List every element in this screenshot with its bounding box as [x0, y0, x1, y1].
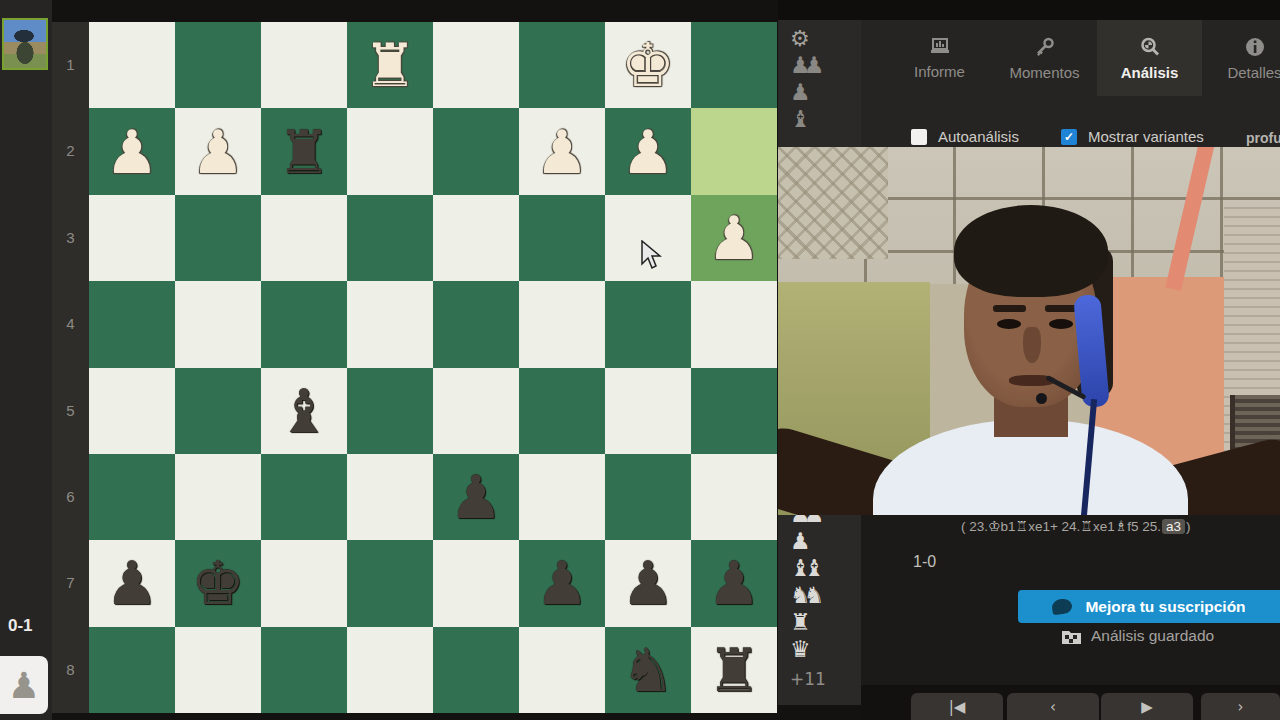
tab-label: Análisis	[1121, 64, 1179, 81]
piece-wP-a3[interactable]: ♟	[707, 208, 761, 268]
show-variants-checkbox[interactable]	[1061, 129, 1077, 145]
nav-back-button[interactable]: ‹	[1007, 693, 1099, 720]
nav-forward-button[interactable]: ›	[1201, 693, 1280, 720]
piece-bB-f5[interactable]: ♝	[277, 381, 331, 441]
chess-board[interactable]: ♜♚♟♟♜♟♟♟♝♟♟♚♟♟♟♞♜	[89, 22, 777, 713]
square-f6[interactable]	[261, 454, 347, 540]
square-h6[interactable]	[89, 454, 175, 540]
square-f2[interactable]: ♜	[261, 108, 347, 194]
saved-folder-icon	[1061, 628, 1082, 645]
piece-wR-e1[interactable]: ♜	[363, 35, 417, 95]
square-e7[interactable]	[347, 540, 433, 626]
square-a3[interactable]: ♟	[691, 195, 777, 281]
tab-row: Informe Momentos Análisis Det	[887, 20, 1280, 96]
square-b5[interactable]	[605, 368, 691, 454]
square-e5[interactable]	[347, 368, 433, 454]
headset-mic	[1036, 393, 1047, 404]
upgrade-subscription-label: Mejora tu suscripción	[1085, 598, 1245, 616]
square-a8[interactable]: ♜	[691, 627, 777, 713]
square-c8[interactable]	[519, 627, 605, 713]
material-strip-top: ⚙ ♟♟♟♝	[778, 20, 861, 147]
captured-piece-row: ♟	[790, 79, 861, 106]
rank-gutter: 12345678	[52, 22, 89, 713]
square-g1[interactable]	[175, 22, 261, 108]
figurine-icon: ♖	[1016, 518, 1029, 534]
left-sidebar: 0-1 ♟	[0, 0, 52, 720]
square-c5[interactable]	[519, 368, 605, 454]
square-e3[interactable]	[347, 195, 433, 281]
variation-move-line[interactable]: ( 23. ♔b1 ♖xe1+ 24. ♖xe1 ♗f5 25. a3)	[961, 516, 1191, 536]
captured-by-white: ♟♟♟♝	[790, 52, 861, 133]
rank-label-6: 6	[52, 488, 89, 505]
pawn-tile[interactable]: ♟	[0, 656, 48, 714]
game-result-left: 0-1	[8, 616, 33, 636]
person-eye	[1049, 319, 1073, 329]
square-f7[interactable]	[261, 540, 347, 626]
nav-first-button[interactable]: |◀	[911, 693, 1003, 720]
square-d3[interactable]	[433, 195, 519, 281]
square-g4[interactable]	[175, 281, 261, 367]
captured-piece-row: ♟♟	[790, 52, 861, 79]
square-h4[interactable]	[89, 281, 175, 367]
captured-piece-row: ♟	[790, 528, 861, 555]
move-text: ( 23.	[961, 519, 988, 534]
square-h1[interactable]	[89, 22, 175, 108]
piece-bR-f2[interactable]: ♜	[277, 122, 331, 182]
square-b4[interactable]	[605, 281, 691, 367]
captured-piece-icon: ♟	[790, 79, 811, 105]
move-text: f5 25.	[1127, 519, 1161, 534]
square-d5[interactable]	[433, 368, 519, 454]
square-f5[interactable]: ♝	[261, 368, 347, 454]
person-eyebrow	[1045, 305, 1078, 312]
material-advantage: +11	[790, 669, 861, 689]
move-text: xe1+ 24.	[1028, 519, 1080, 534]
captured-piece-row: ♝	[790, 106, 861, 133]
square-g5[interactable]	[175, 368, 261, 454]
captured-piece-icon: ♜	[790, 609, 811, 635]
rank-label-3: 3	[52, 229, 89, 246]
square-h8[interactable]	[89, 627, 175, 713]
depth-label-partial: profu	[1246, 130, 1280, 146]
show-variants-label: Mostrar variantes	[1088, 128, 1204, 145]
square-f1[interactable]	[261, 22, 347, 108]
report-icon	[928, 37, 952, 57]
tab-label: Momentos	[1009, 64, 1079, 81]
person-eye	[997, 319, 1021, 329]
rank-label-2: 2	[52, 142, 89, 159]
square-c4[interactable]	[519, 281, 605, 367]
pawn-icon: ♟	[8, 665, 40, 706]
square-d1[interactable]	[433, 22, 519, 108]
square-a2[interactable]	[691, 108, 777, 194]
square-c7[interactable]: ♟	[519, 540, 605, 626]
webcam-video	[778, 147, 1280, 515]
person-hair	[954, 205, 1108, 297]
rank-label-8: 8	[52, 661, 89, 678]
square-e8[interactable]	[347, 627, 433, 713]
rank-label-5: 5	[52, 402, 89, 419]
figurine-icon: ♗	[1115, 518, 1128, 534]
square-c3[interactable]	[519, 195, 605, 281]
material-strip-bottom: ♟♟♟♝♝♞♞♜♛ +11	[778, 515, 861, 705]
piece-bP-a7[interactable]: ♟	[707, 553, 761, 613]
square-b7[interactable]: ♟	[605, 540, 691, 626]
captured-piece-icon: ♛	[790, 636, 811, 662]
square-h5[interactable]	[89, 368, 175, 454]
square-a5[interactable]	[691, 368, 777, 454]
square-g7[interactable]: ♚	[175, 540, 261, 626]
square-f3[interactable]	[261, 195, 347, 281]
captured-piece-row: ♝♝	[790, 555, 861, 582]
captured-piece-icon: ♟	[804, 52, 825, 78]
piece-bP-d6[interactable]: ♟	[449, 467, 503, 527]
person-nose	[1023, 327, 1041, 363]
piece-wP-b2[interactable]: ♟	[621, 122, 675, 182]
square-b6[interactable]	[605, 454, 691, 540]
square-h3[interactable]	[89, 195, 175, 281]
analysis-saved-row: Análisis guardado	[1061, 627, 1214, 645]
piece-bN-b8[interactable]: ♞	[621, 640, 675, 700]
piece-bP-b7[interactable]: ♟	[621, 553, 675, 613]
analysis-bottom-panel: ( 23. ♔b1 ♖xe1+ 24. ♖xe1 ♗f5 25. a3) 1-0…	[861, 515, 1280, 720]
streamer-avatar[interactable]	[2, 18, 48, 70]
game-result: 1-0	[913, 553, 936, 571]
figurine-icon: ♔	[988, 518, 1001, 534]
piece-bP-h7[interactable]: ♟	[105, 553, 159, 613]
captured-by-black: ♟♟♟♝♝♞♞♜♛	[790, 515, 861, 663]
analysis-tabs-panel: Informe Momentos Análisis Det	[861, 20, 1280, 147]
captured-piece-icon: ♞	[804, 582, 825, 608]
person-eyebrow	[993, 305, 1026, 312]
square-h7[interactable]: ♟	[89, 540, 175, 626]
square-a4[interactable]	[691, 281, 777, 367]
captured-piece-icon: ♟	[790, 528, 811, 554]
square-d2[interactable]	[433, 108, 519, 194]
autoanalysis-label: Autoanálisis	[938, 128, 1019, 145]
tab-momentos[interactable]: Momentos	[992, 20, 1097, 96]
magnifier-icon	[1139, 36, 1161, 58]
tab-label: Detalles	[1227, 64, 1280, 81]
square-d7[interactable]	[433, 540, 519, 626]
move-text: )	[1186, 519, 1191, 534]
square-c2[interactable]: ♟	[519, 108, 605, 194]
square-e1[interactable]: ♜	[347, 22, 433, 108]
piece-wP-h2[interactable]: ♟	[105, 122, 159, 182]
autoanalysis-checkbox[interactable]	[911, 129, 927, 145]
square-e2[interactable]	[347, 108, 433, 194]
square-e4[interactable]	[347, 281, 433, 367]
mouse-cursor	[640, 240, 662, 270]
rank-label-1: 1	[52, 56, 89, 73]
square-c6[interactable]	[519, 454, 605, 540]
square-a6[interactable]	[691, 454, 777, 540]
square-d8[interactable]	[433, 627, 519, 713]
subscription-icon	[1051, 598, 1073, 616]
figurine-icon: ♖	[1080, 518, 1093, 534]
square-b1[interactable]: ♚	[605, 22, 691, 108]
square-g2[interactable]: ♟	[175, 108, 261, 194]
piece-bK-g7[interactable]: ♚	[191, 553, 245, 613]
square-c1[interactable]	[519, 22, 605, 108]
square-g3[interactable]	[175, 195, 261, 281]
tab-detalles[interactable]: Detalles	[1202, 20, 1280, 96]
square-e6[interactable]	[347, 454, 433, 540]
move-text: xe1	[1093, 519, 1115, 534]
captured-piece-row: ♞♞	[790, 582, 861, 609]
ceiling-corner-pattern	[778, 147, 888, 259]
rank-label-4: 4	[52, 315, 89, 332]
square-b8[interactable]: ♞	[605, 627, 691, 713]
square-d4[interactable]	[433, 281, 519, 367]
square-g6[interactable]	[175, 454, 261, 540]
piece-bR-a8[interactable]: ♜	[707, 640, 761, 700]
square-f8[interactable]	[261, 627, 347, 713]
tab-analisis[interactable]: Análisis	[1097, 20, 1202, 96]
rank-label-7: 7	[52, 574, 89, 591]
captured-piece-row: ♜	[790, 609, 861, 636]
captured-piece-row: ♟♟	[790, 515, 861, 528]
square-a1[interactable]	[691, 22, 777, 108]
tab-label: Informe	[914, 63, 965, 80]
gear-icon[interactable]: ⚙	[790, 26, 861, 52]
square-a7[interactable]: ♟	[691, 540, 777, 626]
top-black-bar	[778, 0, 1280, 20]
key-icon	[1034, 36, 1056, 58]
captured-piece-icon: ♝	[804, 555, 825, 581]
piece-wP-g2[interactable]: ♟	[191, 122, 245, 182]
move-text: b1	[1001, 519, 1016, 534]
piece-bP-c7[interactable]: ♟	[535, 553, 589, 613]
analysis-saved-label: Análisis guardado	[1091, 627, 1214, 645]
nav-play-button[interactable]: ▶	[1101, 693, 1193, 720]
piece-wK-b1[interactable]: ♚	[621, 35, 675, 95]
captured-piece-row: ♛	[790, 636, 861, 663]
square-d6[interactable]: ♟	[433, 454, 519, 540]
square-h2[interactable]: ♟	[89, 108, 175, 194]
captured-piece-icon: ♝	[790, 106, 811, 132]
current-move[interactable]: a3	[1162, 519, 1185, 534]
square-f4[interactable]	[261, 281, 347, 367]
upgrade-subscription-button[interactable]: Mejora tu suscripción	[1018, 590, 1280, 623]
tab-informe[interactable]: Informe	[887, 20, 992, 96]
square-b2[interactable]: ♟	[605, 108, 691, 194]
captured-piece-icon: ♟	[804, 515, 825, 527]
square-g8[interactable]	[175, 627, 261, 713]
info-icon	[1244, 36, 1266, 58]
piece-wP-c2[interactable]: ♟	[535, 122, 589, 182]
